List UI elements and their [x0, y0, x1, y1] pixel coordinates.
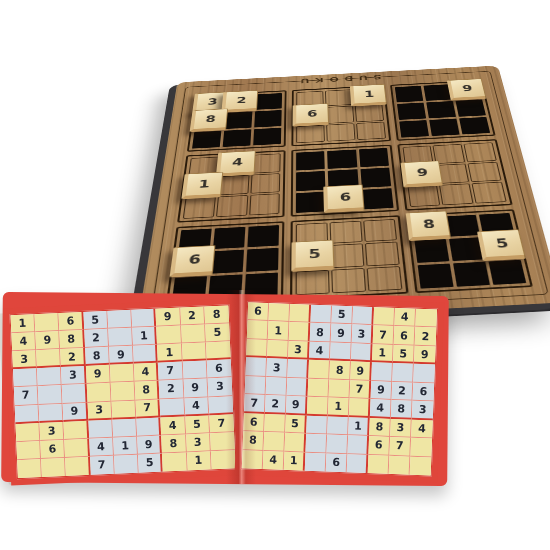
board-cell[interactable] [297, 125, 325, 143]
board-cell[interactable] [326, 106, 354, 124]
puzzle-cell: 4 [134, 363, 159, 382]
puzzle-cell [206, 342, 231, 361]
board-cell[interactable] [397, 102, 426, 119]
puzzle-cell [284, 433, 306, 452]
puzzle-cell: 8 [85, 347, 110, 366]
board-cell[interactable] [213, 227, 246, 250]
board-cell[interactable] [296, 171, 325, 191]
puzzle-cell [352, 306, 374, 325]
board-cell[interactable]: 8 [411, 216, 445, 238]
board-cell[interactable] [363, 219, 397, 242]
number-tile[interactable]: 5 [292, 240, 335, 272]
puzzle-cell: 4 [89, 438, 114, 457]
puzzle-cell [245, 358, 267, 377]
puzzle-cell: 8 [369, 418, 391, 437]
board-cell[interactable] [253, 127, 281, 145]
puzzle-cell [264, 414, 286, 433]
puzzle-cell [208, 396, 233, 415]
board-cell[interactable]: 2 [226, 95, 253, 112]
puzzle-cell [347, 435, 369, 454]
puzzle-cell: 6 [413, 382, 435, 401]
puzzle-cell: 6 [368, 436, 390, 455]
puzzle-cell [242, 450, 264, 469]
puzzle-cell: 7 [136, 399, 161, 418]
board-box: 9 [397, 139, 513, 210]
number-tile[interactable]: 8 [190, 108, 228, 131]
board-cell[interactable]: 4 [220, 155, 251, 175]
board-box: 41 [177, 150, 286, 222]
puzzle-cell: 4 [411, 419, 433, 438]
puzzle-cell: 3 [207, 378, 232, 397]
puzzle-cell [65, 439, 90, 458]
puzzle-cell [245, 376, 267, 395]
puzzle-cell: 1 [186, 451, 211, 470]
puzzle-cell [17, 459, 42, 478]
puzzle-cell: 4 [184, 397, 209, 416]
puzzle-cell: 6 [40, 440, 65, 459]
puzzle-cell [308, 360, 330, 379]
puzzle-cell [266, 377, 288, 396]
puzzle-cell [305, 434, 327, 453]
puzzle-cell: 8 [161, 434, 186, 453]
puzzle-cell [41, 458, 66, 477]
board-cell[interactable] [250, 173, 281, 194]
puzzle-cell [38, 385, 63, 404]
puzzle-cell: 2 [415, 327, 437, 346]
board-cell[interactable] [246, 248, 279, 272]
board-cell[interactable] [296, 192, 326, 213]
puzzle-cell: 8 [204, 305, 229, 324]
puzzle-cell [136, 417, 161, 436]
board-cell[interactable] [399, 120, 429, 138]
puzzle-cell [330, 342, 352, 361]
board-cell[interactable]: 8 [194, 113, 223, 130]
board-cell[interactable] [359, 148, 389, 167]
puzzle-cell [310, 305, 332, 324]
puzzle-cell [88, 419, 113, 438]
number-tile[interactable]: 5 [477, 230, 526, 262]
puzzle-cell [108, 328, 133, 347]
puzzle-cell [15, 423, 40, 442]
board-cell[interactable] [255, 93, 282, 110]
puzzle-cell: 5 [185, 415, 210, 434]
puzzle-cell [62, 384, 87, 403]
puzzle-cell [112, 418, 137, 437]
puzzle-cell [264, 432, 286, 451]
puzzle-cell: 8 [310, 323, 332, 342]
board-cell[interactable] [224, 111, 252, 128]
puzzle-cell: 7 [350, 380, 372, 399]
board-cell[interactable] [192, 131, 221, 149]
puzzle-cell: 4 [263, 451, 285, 470]
puzzle-cell: 3 [390, 419, 412, 438]
board-cell[interactable] [325, 89, 353, 106]
puzzle-cell: 6 [243, 413, 265, 432]
puzzle-cell: 1 [132, 327, 157, 346]
board-cell[interactable]: 6 [329, 190, 360, 211]
board-cell[interactable] [223, 129, 252, 147]
board-cell[interactable] [330, 221, 363, 244]
puzzle-cell [267, 340, 289, 359]
board-cell[interactable] [407, 185, 440, 206]
puzzle-cell [327, 416, 349, 435]
puzzle-cell [157, 326, 182, 345]
puzzle-cell [306, 415, 328, 434]
puzzle-cell [246, 339, 268, 358]
puzzle-cell: 7 [373, 326, 395, 345]
puzzle-cell: 9 [86, 365, 111, 384]
board-cell[interactable] [216, 195, 248, 217]
board-cell[interactable] [254, 110, 282, 127]
puzzle-cell [181, 325, 206, 344]
board-box: 328 [187, 90, 287, 152]
puzzle-cell: 4 [370, 399, 392, 418]
puzzle-cell: 8 [135, 381, 160, 400]
puzzle-cell: 4 [161, 416, 186, 435]
puzzle-cell: 7 [14, 387, 39, 406]
board-cell[interactable] [429, 118, 460, 136]
board-cell[interactable] [296, 151, 325, 170]
puzzle-cell [211, 450, 236, 469]
puzzle-cell: 8 [243, 431, 265, 450]
puzzle-cell [371, 362, 393, 381]
puzzle-cell: 6 [394, 326, 416, 345]
puzzle-cell [182, 361, 207, 380]
book-page-right: 6541893762341593897926729148365183486741… [235, 295, 445, 483]
puzzle-cell [413, 364, 435, 383]
puzzle-cell: 1 [372, 344, 394, 363]
board-cell[interactable] [183, 197, 216, 219]
puzzle-cell [329, 379, 351, 398]
board-box: 9 [390, 80, 496, 141]
puzzle-cell [111, 400, 136, 419]
puzzle-cell [13, 368, 38, 387]
puzzle-cell: 3 [61, 366, 86, 385]
puzzle-cell [307, 397, 329, 416]
puzzle-cell [64, 421, 89, 440]
puzzle-grid-right: 6541893762341593897926729148365183486741… [241, 301, 438, 476]
puzzle-cell: 6 [207, 360, 232, 379]
puzzle-grid-left: 1659284982153289139476782939374345764198… [9, 304, 236, 479]
puzzle-cell: 6 [326, 453, 348, 472]
board-cell[interactable] [445, 215, 480, 237]
puzzle-cell: 1 [328, 398, 350, 417]
board-cell[interactable] [326, 123, 355, 141]
board-cell[interactable] [453, 262, 490, 287]
puzzle-cell: 1 [11, 314, 36, 333]
puzzle-cell: 1 [348, 417, 370, 436]
puzzle-cell: 4 [11, 332, 36, 351]
puzzle-cell [247, 321, 269, 340]
puzzle-cell [410, 456, 432, 475]
puzzle-cell: 4 [309, 342, 331, 361]
puzzle-cell [107, 310, 132, 329]
puzzle-cell [289, 304, 311, 323]
puzzle-cell [160, 398, 185, 417]
board-cell[interactable] [360, 168, 391, 188]
puzzle-cell: 6 [247, 302, 269, 321]
puzzle-cell [349, 399, 371, 418]
puzzle-cell [289, 322, 311, 341]
board-cell[interactable] [328, 150, 357, 169]
board-cell[interactable] [459, 117, 490, 135]
puzzle-cell [111, 382, 136, 401]
puzzle-cell: 9 [109, 346, 134, 365]
board-cell[interactable] [362, 188, 394, 209]
board-cell[interactable] [395, 86, 424, 102]
puzzle-cell [114, 455, 139, 474]
puzzle-cell: 7 [244, 394, 266, 413]
puzzle-cell: 9 [137, 435, 162, 454]
puzzle-cell: 8 [329, 361, 351, 380]
puzzle-cell: 1 [113, 436, 138, 455]
board-cell[interactable] [439, 184, 473, 205]
puzzle-cell: 7 [389, 437, 411, 456]
puzzle-cell [35, 313, 60, 332]
puzzle-cell [65, 457, 90, 476]
puzzle-cell: 2 [265, 395, 287, 414]
board-cell[interactable]: 5 [483, 236, 520, 260]
puzzle-cell: 5 [83, 311, 108, 330]
puzzle-cell: 5 [331, 306, 353, 325]
board-cell[interactable] [488, 260, 526, 285]
number-tile[interactable]: 6 [169, 245, 215, 277]
number-tile[interactable]: 9 [447, 79, 487, 101]
puzzle-cell: 8 [391, 400, 413, 419]
puzzle-cell: 5 [285, 415, 307, 434]
puzzle-cell [36, 349, 61, 368]
puzzle-cell: 9 [156, 308, 181, 327]
board-cell[interactable]: 9 [405, 165, 438, 185]
board-cell[interactable]: 1 [186, 176, 218, 197]
puzzle-cell: 9 [371, 381, 393, 400]
puzzle-cell [410, 438, 432, 457]
board-cell[interactable]: 9 [452, 83, 482, 99]
puzzle-cell [287, 359, 309, 378]
board-cell[interactable] [426, 101, 456, 118]
puzzle-cell [368, 455, 390, 474]
board-grid: 32816941696585 [166, 80, 533, 306]
board-cell[interactable] [365, 242, 400, 266]
number-tile[interactable]: 6 [293, 103, 329, 126]
board-box: 85 [406, 209, 533, 293]
number-tile[interactable]: 6 [324, 184, 365, 212]
board-box: 6 [291, 145, 399, 217]
puzzle-cell [86, 383, 111, 402]
product-photo-scene: SUDOKU 32816941696585 165928498215328913… [0, 0, 550, 550]
number-tile[interactable]: 1 [181, 172, 223, 199]
board-cell[interactable] [468, 162, 502, 182]
board-cell[interactable]: 6 [297, 108, 325, 126]
board-cell[interactable] [211, 250, 245, 274]
puzzle-cell [37, 367, 62, 386]
board-cell[interactable] [414, 239, 449, 263]
number-tile[interactable]: 9 [400, 160, 443, 187]
board-cell[interactable]: 6 [175, 252, 209, 276]
puzzle-cell: 1 [268, 322, 290, 341]
puzzle-cell: 3 [12, 350, 37, 369]
number-tile[interactable]: 8 [405, 210, 450, 240]
puzzle-cell [162, 452, 187, 471]
puzzle-cell [39, 404, 64, 423]
puzzle-cell: 1 [284, 451, 306, 470]
board-cell[interactable] [355, 104, 384, 122]
puzzle-book: 1659284982153289139476782939374345764198… [2, 286, 449, 492]
puzzle-cell: 3 [352, 325, 374, 344]
puzzle-cell: 9 [63, 402, 88, 421]
puzzle-cell [16, 441, 41, 460]
board-cell[interactable] [330, 243, 364, 267]
board-cell[interactable] [417, 264, 453, 289]
puzzle-cell: 6 [59, 312, 84, 331]
puzzle-cell: 7 [90, 456, 115, 475]
puzzle-cell [268, 303, 290, 322]
puzzle-cell [308, 378, 330, 397]
puzzle-cell: 3 [412, 401, 434, 420]
board-box: 16 [292, 85, 391, 146]
puzzle-cell: 3 [40, 422, 65, 441]
board-cell[interactable]: 5 [296, 245, 329, 269]
puzzle-cell [389, 455, 411, 474]
puzzle-cell: 2 [61, 348, 86, 367]
board-cell[interactable] [251, 154, 281, 174]
puzzle-cell: 5 [393, 345, 415, 364]
puzzle-cell: 4 [394, 308, 416, 327]
puzzle-cell: 9 [286, 396, 308, 415]
puzzle-cell [373, 307, 395, 326]
board-cell[interactable] [248, 225, 280, 248]
puzzle-cell [351, 343, 373, 362]
puzzle-cell [415, 309, 437, 328]
puzzle-cell: 8 [60, 330, 85, 349]
puzzle-cell: 3 [288, 341, 310, 360]
puzzle-cell [133, 345, 158, 364]
book-page-left: 1659284982153289139476782939374345764198… [3, 298, 243, 485]
puzzle-cell: 9 [331, 324, 353, 343]
puzzle-cell: 7 [209, 414, 234, 433]
puzzle-cell [326, 435, 348, 454]
board-cell[interactable] [356, 122, 386, 140]
puzzle-cell [287, 378, 309, 397]
puzzle-cell [392, 363, 414, 382]
board-cell[interactable] [464, 143, 497, 162]
board-cell[interactable] [472, 182, 507, 203]
board-cell[interactable] [455, 99, 485, 116]
puzzle-cell [305, 452, 327, 471]
puzzle-cell [132, 309, 157, 328]
puzzle-cell [210, 432, 235, 451]
puzzle-cell [347, 454, 369, 473]
puzzle-cell [182, 343, 207, 362]
puzzle-cell [15, 405, 40, 424]
puzzle-cell: 3 [266, 358, 288, 377]
puzzle-cell: 9 [350, 362, 372, 381]
puzzle-cell: 5 [138, 453, 163, 472]
puzzle-cell: 2 [159, 380, 184, 399]
puzzle-cell: 2 [180, 307, 205, 326]
puzzle-cell: 3 [186, 433, 211, 452]
puzzle-cell [110, 364, 135, 383]
puzzle-cell: 9 [183, 379, 208, 398]
board-cell[interactable]: 1 [354, 88, 382, 105]
puzzle-cell: 3 [87, 401, 112, 420]
puzzle-cell: 5 [205, 323, 230, 342]
puzzle-cell: 2 [392, 382, 414, 401]
board-cell[interactable] [249, 194, 280, 216]
number-tile[interactable]: 1 [350, 84, 387, 106]
puzzle-cell: 9 [414, 346, 436, 365]
puzzle-cell: 7 [158, 362, 183, 381]
puzzle-cell: 9 [36, 331, 61, 350]
puzzle-cell: 2 [84, 329, 109, 348]
puzzle-cell: 1 [157, 344, 182, 363]
